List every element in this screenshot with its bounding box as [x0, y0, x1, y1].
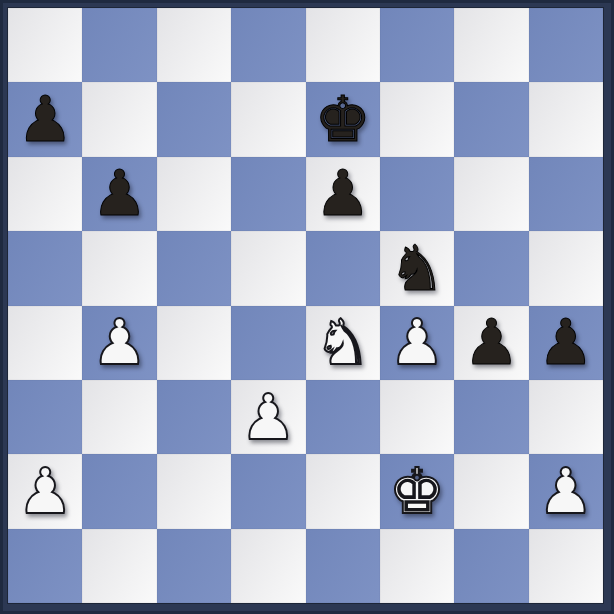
square-b6[interactable]: ♟ — [82, 157, 156, 231]
square-e5[interactable] — [306, 231, 380, 305]
square-g2[interactable] — [454, 454, 528, 528]
square-d4[interactable] — [231, 306, 305, 380]
square-c8[interactable] — [157, 8, 231, 82]
black-pawn[interactable]: ♟ — [314, 162, 370, 225]
square-e6[interactable]: ♟ — [306, 157, 380, 231]
square-g4[interactable]: ♟ — [454, 306, 528, 380]
square-a3[interactable] — [8, 380, 82, 454]
black-pawn[interactable]: ♟ — [463, 311, 519, 374]
square-c7[interactable] — [157, 82, 231, 156]
black-knight[interactable]: ♞ — [389, 237, 445, 300]
square-f4[interactable]: ♟ — [380, 306, 454, 380]
square-g3[interactable] — [454, 380, 528, 454]
square-g5[interactable] — [454, 231, 528, 305]
square-d2[interactable] — [231, 454, 305, 528]
square-h5[interactable] — [529, 231, 603, 305]
square-a1[interactable] — [8, 529, 82, 603]
square-h7[interactable] — [529, 82, 603, 156]
square-d1[interactable] — [231, 529, 305, 603]
black-pawn[interactable]: ♟ — [91, 162, 147, 225]
square-a4[interactable] — [8, 306, 82, 380]
white-pawn[interactable]: ♟ — [538, 460, 594, 523]
square-a6[interactable] — [8, 157, 82, 231]
square-c2[interactable] — [157, 454, 231, 528]
square-d3[interactable]: ♟ — [231, 380, 305, 454]
square-b5[interactable] — [82, 231, 156, 305]
square-d6[interactable] — [231, 157, 305, 231]
square-c6[interactable] — [157, 157, 231, 231]
white-knight[interactable]: ♞ — [314, 311, 370, 374]
square-h8[interactable] — [529, 8, 603, 82]
square-g8[interactable] — [454, 8, 528, 82]
square-b8[interactable] — [82, 8, 156, 82]
square-c4[interactable] — [157, 306, 231, 380]
square-a5[interactable] — [8, 231, 82, 305]
chess-board: ♟♚♟♟♞♟♞♟♟♟♟♟♚♟ — [8, 8, 603, 603]
square-b4[interactable]: ♟ — [82, 306, 156, 380]
white-pawn[interactable]: ♟ — [91, 311, 147, 374]
square-e3[interactable] — [306, 380, 380, 454]
square-h2[interactable]: ♟ — [529, 454, 603, 528]
square-f8[interactable] — [380, 8, 454, 82]
black-king[interactable]: ♚ — [314, 88, 370, 151]
white-pawn[interactable]: ♟ — [17, 460, 73, 523]
square-d8[interactable] — [231, 8, 305, 82]
square-h4[interactable]: ♟ — [529, 306, 603, 380]
square-f1[interactable] — [380, 529, 454, 603]
white-pawn[interactable]: ♟ — [389, 311, 445, 374]
square-d5[interactable] — [231, 231, 305, 305]
white-king[interactable]: ♚ — [389, 460, 445, 523]
white-pawn[interactable]: ♟ — [240, 386, 296, 449]
square-b1[interactable] — [82, 529, 156, 603]
square-a2[interactable]: ♟ — [8, 454, 82, 528]
square-b7[interactable] — [82, 82, 156, 156]
square-g1[interactable] — [454, 529, 528, 603]
square-d7[interactable] — [231, 82, 305, 156]
square-a8[interactable] — [8, 8, 82, 82]
square-h6[interactable] — [529, 157, 603, 231]
square-c3[interactable] — [157, 380, 231, 454]
square-a7[interactable]: ♟ — [8, 82, 82, 156]
square-f7[interactable] — [380, 82, 454, 156]
square-f2[interactable]: ♚ — [380, 454, 454, 528]
square-e1[interactable] — [306, 529, 380, 603]
square-c1[interactable] — [157, 529, 231, 603]
square-f3[interactable] — [380, 380, 454, 454]
square-b3[interactable] — [82, 380, 156, 454]
square-h1[interactable] — [529, 529, 603, 603]
square-g6[interactable] — [454, 157, 528, 231]
square-e2[interactable] — [306, 454, 380, 528]
square-e7[interactable]: ♚ — [306, 82, 380, 156]
square-f6[interactable] — [380, 157, 454, 231]
square-e4[interactable]: ♞ — [306, 306, 380, 380]
board-frame: ♟♚♟♟♞♟♞♟♟♟♟♟♚♟ — [0, 0, 614, 614]
square-h3[interactable] — [529, 380, 603, 454]
square-b2[interactable] — [82, 454, 156, 528]
square-e8[interactable] — [306, 8, 380, 82]
square-f5[interactable]: ♞ — [380, 231, 454, 305]
square-c5[interactable] — [157, 231, 231, 305]
black-pawn[interactable]: ♟ — [17, 88, 73, 151]
black-pawn[interactable]: ♟ — [538, 311, 594, 374]
square-g7[interactable] — [454, 82, 528, 156]
